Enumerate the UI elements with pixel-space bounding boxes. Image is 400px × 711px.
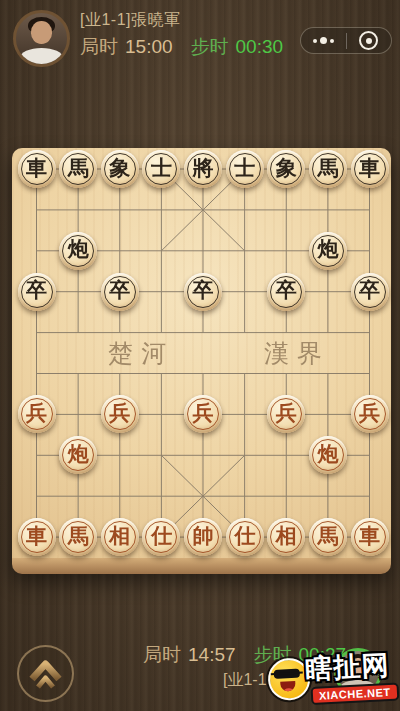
top-move-time: 00:30 — [236, 36, 284, 57]
river-label-left: 楚河 — [108, 340, 174, 367]
top-player-avatar[interactable] — [13, 10, 70, 67]
piece-black-炮[interactable]: 炮 — [59, 232, 97, 270]
piece-red-車[interactable]: 車 — [18, 518, 56, 556]
piece-black-車[interactable]: 車 — [351, 150, 389, 188]
game-screen: [业1-1]張曉軍 局时15:00步时00:30 楚河 漢界 車馬象士將士象馬車… — [0, 0, 400, 711]
piece-red-車[interactable]: 車 — [351, 518, 389, 556]
piece-red-兵[interactable]: 兵 — [18, 395, 56, 433]
piece-red-帥[interactable]: 帥 — [184, 518, 222, 556]
top-move-time-label: 步时 — [191, 36, 229, 57]
xiangqi-board[interactable]: 楚河 漢界 車馬象士將士象馬車炮炮卒卒卒卒卒兵兵兵兵兵炮炮車馬相仕帥仕相馬車 — [12, 148, 391, 574]
top-game-time-label: 局时 — [80, 36, 118, 57]
bottom-player-name: [业1-1 — [223, 670, 267, 691]
piece-black-卒[interactable]: 卒 — [101, 273, 139, 311]
piece-red-兵[interactable]: 兵 — [101, 395, 139, 433]
site-watermark: 瞎扯网 XIACHE.NET — [264, 641, 397, 711]
collapse-menu-button[interactable] — [17, 645, 74, 702]
top-game-time: 15:00 — [125, 36, 173, 57]
piece-black-炮[interactable]: 炮 — [309, 232, 347, 270]
board-bevel — [12, 558, 391, 574]
piece-black-馬[interactable]: 馬 — [59, 150, 97, 188]
piece-black-車[interactable]: 車 — [18, 150, 56, 188]
chevron-up-icon — [19, 647, 72, 700]
piece-black-馬[interactable]: 馬 — [309, 150, 347, 188]
river-label-right: 漢界 — [264, 340, 330, 367]
piece-red-相[interactable]: 相 — [101, 518, 139, 556]
piece-black-卒[interactable]: 卒 — [351, 273, 389, 311]
piece-red-兵[interactable]: 兵 — [351, 395, 389, 433]
board-grid: 楚河 漢界 — [12, 148, 391, 558]
piece-red-馬[interactable]: 馬 — [309, 518, 347, 556]
more-icon — [313, 37, 334, 44]
bottom-game-time: 14:57 — [188, 644, 236, 665]
exit-button[interactable] — [347, 28, 392, 53]
watermark-site-name: 瞎扯网 — [305, 647, 391, 687]
piece-red-炮[interactable]: 炮 — [309, 436, 347, 474]
watermark-site-url: XIACHE.NET — [311, 682, 399, 705]
piece-red-仕[interactable]: 仕 — [226, 518, 264, 556]
piece-red-馬[interactable]: 馬 — [59, 518, 97, 556]
exit-circle-icon — [359, 31, 378, 50]
top-player-name: [业1-1]張曉軍 — [80, 10, 181, 31]
bottom-game-time-label: 局时 — [143, 644, 181, 665]
piece-black-卒[interactable]: 卒 — [184, 273, 222, 311]
piece-black-卒[interactable]: 卒 — [18, 273, 56, 311]
wechat-capsule — [300, 27, 392, 54]
piece-black-象[interactable]: 象 — [267, 150, 305, 188]
piece-black-士[interactable]: 士 — [226, 150, 264, 188]
piece-black-象[interactable]: 象 — [101, 150, 139, 188]
piece-black-將[interactable]: 將 — [184, 150, 222, 188]
more-button[interactable] — [301, 28, 346, 53]
top-player-timers: 局时15:00步时00:30 — [80, 34, 283, 60]
piece-black-卒[interactable]: 卒 — [267, 273, 305, 311]
